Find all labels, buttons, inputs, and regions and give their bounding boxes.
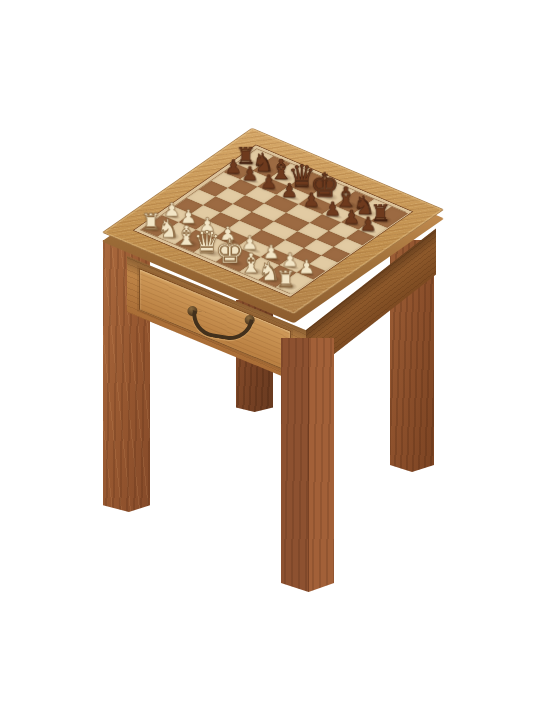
square-h1: ♜	[276, 273, 313, 295]
piece-black-pawn-h7: ♟	[360, 215, 377, 234]
drawer-handle-icon	[186, 308, 254, 350]
piece-black-pawn-c7: ♟	[260, 172, 277, 191]
piece-black-pawn-g7: ♟	[343, 207, 360, 226]
piece-white-pawn-h2: ♟	[298, 258, 315, 277]
piece-black-pawn-b7: ♟	[242, 164, 259, 183]
piece-black-pawn-d7: ♟	[281, 181, 298, 200]
table-leg-near	[281, 338, 334, 592]
piece-black-pawn-a7: ♟	[225, 157, 242, 176]
piece-white-rook-h1: ♜	[276, 268, 297, 291]
handle-bail-icon	[189, 310, 254, 343]
chess-board: ♜♞♝♛♚♝♞♜♟♟♟♟♟♟♟♟♟♟♟♟♟♟♟♟♜♞♝♛♚♝♞♜	[133, 145, 414, 298]
piece-black-pawn-f7: ♟	[324, 200, 341, 219]
chess-table-photo: ♜♞♝♛♚♝♞♜♟♟♟♟♟♟♟♟♟♟♟♟♟♟♟♟♜♞♝♛♚♝♞♜	[0, 0, 540, 720]
piece-black-pawn-e7: ♟	[303, 191, 320, 210]
